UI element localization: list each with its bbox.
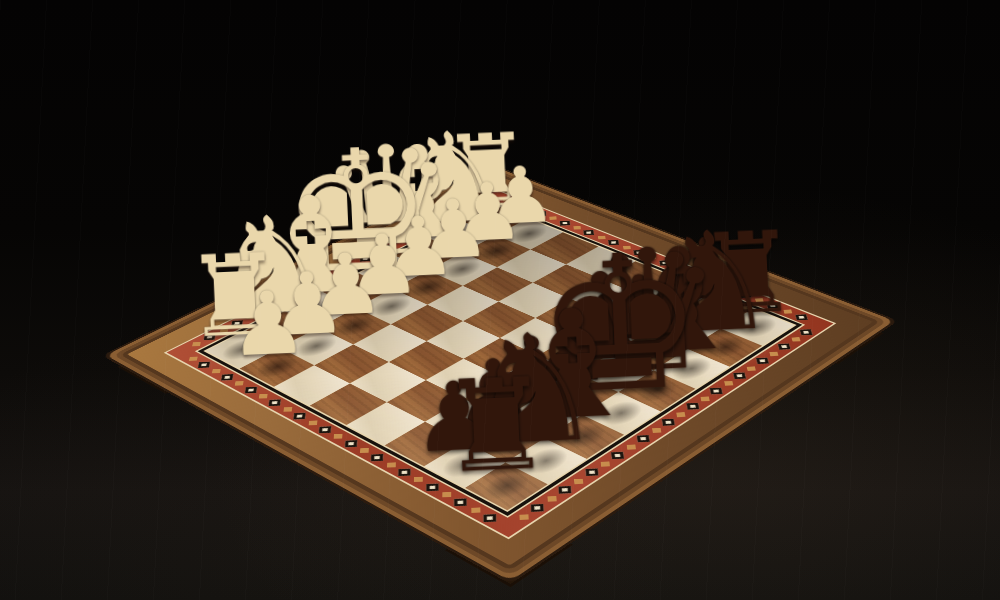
diamond-inlay (245, 387, 257, 394)
diamond-inlay (455, 498, 468, 506)
diamond-inlay (398, 468, 410, 475)
diamond-inlay (652, 428, 661, 433)
photo-stage: Overhead-angle photo of a handcrafted wo… (0, 0, 1000, 600)
diamond-inlay (601, 461, 610, 466)
diamond-inlay (662, 419, 675, 426)
diamond-inlay (574, 478, 583, 484)
diamond-inlay (747, 366, 756, 371)
diamond-inlay (531, 504, 544, 512)
diamond-inlay (756, 358, 769, 364)
piece-white-pawn-icon[interactable]: ♟ (198, 282, 339, 366)
diamond-inlay (442, 492, 451, 498)
chess-board-assembly: ♜♞♝♛♚♝♞♜♟♟♟♟♟♟♟♟♟♟♟♟♟♟♟♟♜♞♝♛♚♝♞♜ (127, 174, 873, 566)
diamond-inlay (334, 434, 343, 439)
diamond-inlay (212, 369, 221, 374)
scene: ♜♞♝♛♚♝♞♜♟♟♟♟♟♟♟♟♟♟♟♟♟♟♟♟♜♞♝♛♚♝♞♜ (0, 0, 1000, 600)
diamond-inlay (259, 394, 268, 399)
diamond-inlay (519, 514, 529, 520)
diamond-inlay (733, 373, 746, 380)
diamond-inlay (637, 435, 650, 442)
cream-pinstripe: ♜♞♝♛♚♝♞♜♟♟♟♟♟♟♟♟♟♟♟♟♟♟♟♟♜♞♝♛♚♝♞♜ (164, 188, 837, 539)
diamond-inlay (559, 486, 572, 494)
diamond-inlay (360, 448, 369, 453)
diamond-inlay (791, 337, 800, 341)
diamond-inlay (547, 496, 556, 502)
diamond-inlay (471, 507, 480, 513)
diamond-inlay (269, 399, 281, 406)
diamond-inlay (308, 420, 317, 425)
diamond-inlay (778, 344, 791, 350)
diamond-inlay (189, 356, 198, 361)
diamond-inlay (345, 440, 357, 447)
diamond-inlay (626, 444, 635, 449)
piece-black-rook-icon[interactable]: ♜ (417, 365, 574, 485)
diamond-inlay (769, 352, 778, 357)
diamond-inlay (612, 452, 625, 459)
diamond-inlay (222, 374, 234, 380)
diamond-inlay (586, 469, 599, 477)
diamond-inlay (235, 381, 244, 386)
diamond-inlay (319, 426, 331, 433)
diamond-inlay (676, 412, 685, 417)
diamond-inlay (800, 329, 813, 335)
diamond-inlay (484, 514, 497, 522)
mosaic-border: ♜♞♝♛♚♝♞♜♟♟♟♟♟♟♟♟♟♟♟♟♟♟♟♟♜♞♝♛♚♝♞♜ (167, 189, 834, 537)
diamond-inlay (294, 413, 306, 420)
diamond-inlay (710, 388, 723, 395)
board-frame: ♜♞♝♛♚♝♞♜♟♟♟♟♟♟♟♟♟♟♟♟♟♟♟♟♜♞♝♛♚♝♞♜ (127, 174, 873, 566)
diamond-inlay (283, 407, 292, 412)
